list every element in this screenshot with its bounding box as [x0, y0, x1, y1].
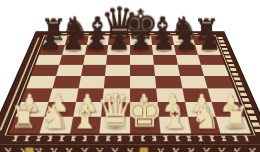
piece-black-pawn-g7: ♟ [174, 45, 199, 54]
piece-white-knight-b1: ♞ [39, 117, 72, 134]
black-pawn-icon: ♟ [85, 28, 108, 54]
black-pawn-icon: ♟ [107, 28, 130, 54]
black-pawn-icon: ♟ [39, 28, 62, 54]
black-pawn-icon: ♟ [175, 28, 198, 54]
piece-white-knight-g1: ♞ [187, 117, 220, 134]
front-edge-carving [4, 148, 256, 152]
black-pawn-icon: ♟ [198, 28, 221, 54]
piece-black-pawn-h7: ♟ [195, 45, 220, 54]
white-rook-icon: ♜ [222, 102, 249, 133]
piece-white-king-e1: ♚ [130, 117, 160, 134]
black-pawn-icon: ♟ [62, 28, 85, 54]
piece-white-rook-h1: ♜ [216, 117, 251, 134]
piece-white-bishop-f1: ♝ [159, 117, 191, 134]
chess-board: ♜♞♝♛♚♝♞♜♟♟♟♟♟♟♟♟♟♟♟♟♟♟♟♟♜♞♝♛♚♝♞♜ [0, 31, 260, 144]
board-front-edge [0, 144, 260, 152]
brass-clasp-left [24, 147, 35, 152]
chess-set-photo: ♜♞♝♛♚♝♞♜♟♟♟♟♟♟♟♟♟♟♟♟♟♟♟♟♜♞♝♛♚♝♞♜ [0, 0, 260, 152]
piece-black-pawn-b7: ♟ [62, 45, 87, 54]
piece-black-pawn-f7: ♟ [152, 45, 176, 54]
brass-clasp-center [139, 147, 149, 152]
white-rook-icon: ♜ [11, 102, 38, 133]
piece-black-pawn-c7: ♟ [85, 45, 109, 54]
black-pawn-icon: ♟ [130, 28, 153, 54]
white-king-icon: ♚ [127, 91, 164, 132]
frame-inlay-front-rope [11, 136, 249, 142]
white-knight-icon: ♞ [191, 100, 221, 133]
piece-black-pawn-d7: ♟ [107, 45, 130, 54]
black-pawn-icon: ♟ [152, 28, 175, 54]
white-bishop-icon: ♝ [161, 100, 191, 133]
piece-black-pawn-e7: ♟ [130, 45, 153, 54]
piece-layer: ♜♞♝♛♚♝♞♜♟♟♟♟♟♟♟♟♟♟♟♟♟♟♟♟♜♞♝♛♚♝♞♜ [9, 36, 251, 133]
white-knight-icon: ♞ [40, 100, 70, 133]
